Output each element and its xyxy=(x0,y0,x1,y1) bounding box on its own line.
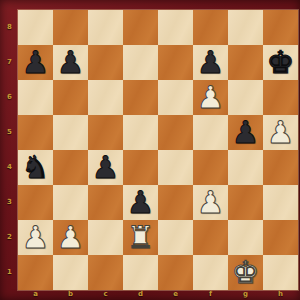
piece-white-king[interactable]: ♚ xyxy=(228,255,263,290)
square-h7[interactable]: ♚ xyxy=(263,45,298,80)
square-g5[interactable]: ♟ xyxy=(228,115,263,150)
file-label-b: b xyxy=(53,290,88,300)
square-f6[interactable]: ♟ xyxy=(193,80,228,115)
rank-label-8: 8 xyxy=(3,10,16,45)
square-a5[interactable] xyxy=(18,115,53,150)
square-e1[interactable] xyxy=(158,255,193,290)
square-b4[interactable] xyxy=(53,150,88,185)
square-d2[interactable]: ♜ xyxy=(123,220,158,255)
piece-white-pawn[interactable]: ♟ xyxy=(193,80,228,115)
file-label-f: f xyxy=(193,290,228,300)
square-f8[interactable] xyxy=(193,10,228,45)
square-b7[interactable]: ♟ xyxy=(53,45,88,80)
square-c3[interactable] xyxy=(88,185,123,220)
piece-black-king[interactable]: ♚ xyxy=(263,45,298,80)
piece-black-knight[interactable]: ♞ xyxy=(18,150,53,185)
square-d4[interactable] xyxy=(123,150,158,185)
piece-black-pawn[interactable]: ♟ xyxy=(193,45,228,80)
file-label-a: a xyxy=(18,290,53,300)
square-g8[interactable] xyxy=(228,10,263,45)
square-c1[interactable] xyxy=(88,255,123,290)
square-a7[interactable]: ♟ xyxy=(18,45,53,80)
square-a2[interactable]: ♟ xyxy=(18,220,53,255)
square-f1[interactable] xyxy=(193,255,228,290)
square-b2[interactable]: ♟ xyxy=(53,220,88,255)
piece-black-pawn[interactable]: ♟ xyxy=(88,150,123,185)
square-h5[interactable]: ♟ xyxy=(263,115,298,150)
file-label-d: d xyxy=(123,290,158,300)
rank-label-2: 2 xyxy=(3,220,16,255)
square-e6[interactable] xyxy=(158,80,193,115)
piece-black-pawn[interactable]: ♟ xyxy=(228,115,263,150)
piece-white-pawn[interactable]: ♟ xyxy=(18,220,53,255)
square-h6[interactable] xyxy=(263,80,298,115)
square-d3[interactable]: ♟ xyxy=(123,185,158,220)
piece-white-pawn[interactable]: ♟ xyxy=(193,185,228,220)
square-d7[interactable] xyxy=(123,45,158,80)
square-c2[interactable] xyxy=(88,220,123,255)
square-h2[interactable] xyxy=(263,220,298,255)
square-a4[interactable]: ♞ xyxy=(18,150,53,185)
square-a8[interactable] xyxy=(18,10,53,45)
chess-app: ♟♟♟♚♟♟♟♞♟♟♟♟♟♜♚ 87654321 abcdefgh xyxy=(0,0,300,300)
square-f4[interactable] xyxy=(193,150,228,185)
rank-label-1: 1 xyxy=(3,255,16,290)
rank-label-6: 6 xyxy=(3,80,16,115)
square-f3[interactable]: ♟ xyxy=(193,185,228,220)
rank-label-4: 4 xyxy=(3,150,16,185)
square-a3[interactable] xyxy=(18,185,53,220)
square-b3[interactable] xyxy=(53,185,88,220)
piece-black-pawn[interactable]: ♟ xyxy=(123,185,158,220)
square-e4[interactable] xyxy=(158,150,193,185)
piece-black-pawn[interactable]: ♟ xyxy=(53,45,88,80)
square-g7[interactable] xyxy=(228,45,263,80)
square-e2[interactable] xyxy=(158,220,193,255)
square-h3[interactable] xyxy=(263,185,298,220)
square-c6[interactable] xyxy=(88,80,123,115)
square-h8[interactable] xyxy=(263,10,298,45)
square-b8[interactable] xyxy=(53,10,88,45)
square-b5[interactable] xyxy=(53,115,88,150)
file-label-h: h xyxy=(263,290,298,300)
square-e3[interactable] xyxy=(158,185,193,220)
file-label-e: e xyxy=(158,290,193,300)
square-b6[interactable] xyxy=(53,80,88,115)
piece-white-pawn[interactable]: ♟ xyxy=(53,220,88,255)
piece-white-pawn[interactable]: ♟ xyxy=(263,115,298,150)
square-f2[interactable] xyxy=(193,220,228,255)
rank-label-5: 5 xyxy=(3,115,16,150)
square-d1[interactable] xyxy=(123,255,158,290)
square-g3[interactable] xyxy=(228,185,263,220)
square-g4[interactable] xyxy=(228,150,263,185)
chess-board: ♟♟♟♚♟♟♟♞♟♟♟♟♟♜♚ xyxy=(18,10,298,290)
square-g2[interactable] xyxy=(228,220,263,255)
square-c7[interactable] xyxy=(88,45,123,80)
square-c8[interactable] xyxy=(88,10,123,45)
square-g1[interactable]: ♚ xyxy=(228,255,263,290)
piece-white-rook[interactable]: ♜ xyxy=(123,220,158,255)
square-g6[interactable] xyxy=(228,80,263,115)
square-f7[interactable]: ♟ xyxy=(193,45,228,80)
piece-black-pawn[interactable]: ♟ xyxy=(18,45,53,80)
square-e5[interactable] xyxy=(158,115,193,150)
square-b1[interactable] xyxy=(53,255,88,290)
square-d6[interactable] xyxy=(123,80,158,115)
square-a6[interactable] xyxy=(18,80,53,115)
square-e8[interactable] xyxy=(158,10,193,45)
square-c4[interactable]: ♟ xyxy=(88,150,123,185)
square-d5[interactable] xyxy=(123,115,158,150)
square-a1[interactable] xyxy=(18,255,53,290)
rank-label-7: 7 xyxy=(3,45,16,80)
file-label-c: c xyxy=(88,290,123,300)
square-f5[interactable] xyxy=(193,115,228,150)
file-label-g: g xyxy=(228,290,263,300)
rank-label-3: 3 xyxy=(3,185,16,220)
square-c5[interactable] xyxy=(88,115,123,150)
square-h1[interactable] xyxy=(263,255,298,290)
square-e7[interactable] xyxy=(158,45,193,80)
square-d8[interactable] xyxy=(123,10,158,45)
square-h4[interactable] xyxy=(263,150,298,185)
